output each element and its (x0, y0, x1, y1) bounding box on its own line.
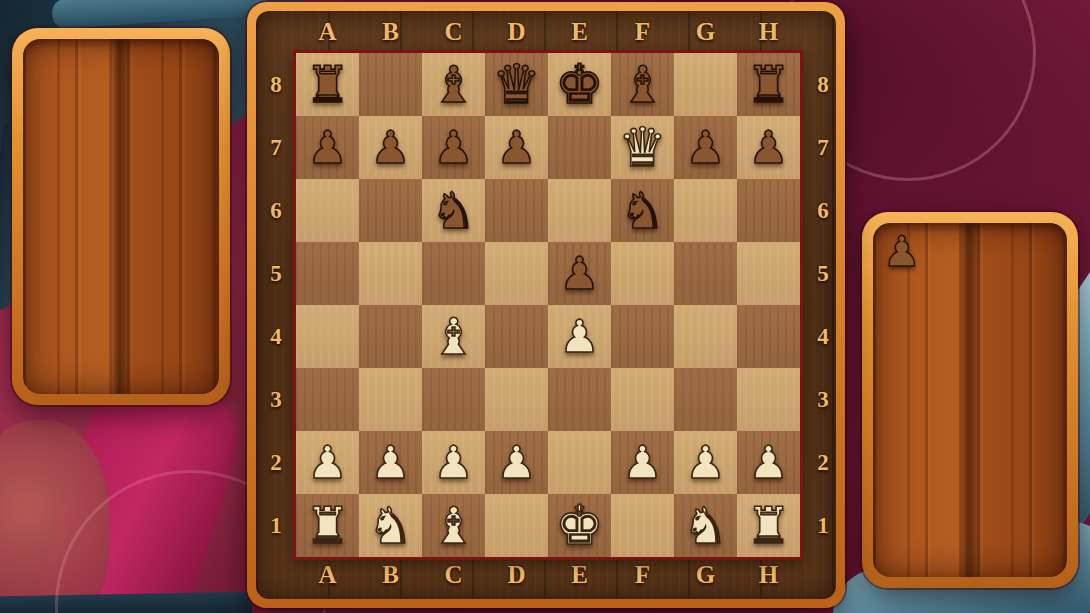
square-c2[interactable]: ♟ (422, 431, 485, 494)
square-b4[interactable] (359, 305, 422, 368)
piece-bP-c7[interactable]: ♟ (433, 125, 473, 170)
piece-wP-f2[interactable]: ♟ (622, 440, 662, 485)
captured-tray-right-wood: ♟ (873, 223, 1067, 577)
square-a1[interactable]: ♜ (296, 494, 359, 557)
square-e7[interactable] (548, 116, 611, 179)
square-b2[interactable]: ♟ (359, 431, 422, 494)
piece-bN-c6[interactable]: ♞ (431, 186, 476, 236)
square-c3[interactable] (422, 368, 485, 431)
square-a7[interactable]: ♟ (296, 116, 359, 179)
square-e6[interactable] (548, 179, 611, 242)
square-b1[interactable]: ♞ (359, 494, 422, 557)
square-h4[interactable] (737, 305, 800, 368)
square-h8[interactable]: ♜ (737, 53, 800, 116)
piece-bP-b7[interactable]: ♟ (370, 125, 410, 170)
piece-wP-b2[interactable]: ♟ (370, 440, 410, 485)
piece-bP-g7[interactable]: ♟ (685, 125, 725, 170)
square-g5[interactable] (674, 242, 737, 305)
square-b3[interactable] (359, 368, 422, 431)
square-a5[interactable] (296, 242, 359, 305)
square-b7[interactable]: ♟ (359, 116, 422, 179)
piece-wP-h2[interactable]: ♟ (748, 440, 788, 485)
piece-wP-c2[interactable]: ♟ (433, 440, 473, 485)
piece-wP-g2[interactable]: ♟ (685, 440, 725, 485)
piece-bK-e8[interactable]: ♚ (555, 58, 603, 112)
captured-piece-bP: ♟ (883, 231, 921, 273)
piece-bN-f6[interactable]: ♞ (620, 186, 665, 236)
square-d8[interactable]: ♛ (485, 53, 548, 116)
piece-bQ-d8[interactable]: ♛ (492, 58, 540, 112)
square-a6[interactable] (296, 179, 359, 242)
square-f8[interactable]: ♝ (611, 53, 674, 116)
square-d6[interactable] (485, 179, 548, 242)
square-f1[interactable] (611, 494, 674, 557)
square-d2[interactable]: ♟ (485, 431, 548, 494)
piece-bP-h7[interactable]: ♟ (748, 125, 788, 170)
square-c6[interactable]: ♞ (422, 179, 485, 242)
square-g4[interactable] (674, 305, 737, 368)
piece-wP-a2[interactable]: ♟ (307, 440, 347, 485)
square-e3[interactable] (548, 368, 611, 431)
piece-wN-b1[interactable]: ♞ (368, 501, 413, 551)
captured-row-right: ♟ (883, 231, 921, 273)
square-d1[interactable] (485, 494, 548, 557)
square-c1[interactable]: ♝ (422, 494, 485, 557)
square-c4[interactable]: ♝ (422, 305, 485, 368)
square-d4[interactable] (485, 305, 548, 368)
square-h1[interactable]: ♜ (737, 494, 800, 557)
square-b5[interactable] (359, 242, 422, 305)
square-e4[interactable]: ♟ (548, 305, 611, 368)
square-b8[interactable] (359, 53, 422, 116)
piece-wR-h1[interactable]: ♜ (746, 501, 791, 551)
piece-bR-h8[interactable]: ♜ (746, 60, 791, 110)
square-a8[interactable]: ♜ (296, 53, 359, 116)
square-h3[interactable] (737, 368, 800, 431)
square-h6[interactable] (737, 179, 800, 242)
square-a3[interactable] (296, 368, 359, 431)
piece-wB-c4[interactable]: ♝ (431, 312, 476, 362)
captured-tray-left (12, 28, 230, 405)
square-c8[interactable]: ♝ (422, 53, 485, 116)
square-c5[interactable] (422, 242, 485, 305)
square-e2[interactable] (548, 431, 611, 494)
piece-bB-c8[interactable]: ♝ (431, 60, 476, 110)
square-f5[interactable] (611, 242, 674, 305)
piece-bB-f8[interactable]: ♝ (620, 60, 665, 110)
square-e1[interactable]: ♚ (548, 494, 611, 557)
square-h2[interactable]: ♟ (737, 431, 800, 494)
square-g6[interactable] (674, 179, 737, 242)
chess-board: ♜♝♛♚♝♜♟♟♟♟♛♟♟♞♞♟♝♟♟♟♟♟♟♟♟♜♞♝♚♞♜ (293, 50, 803, 560)
piece-bP-e5[interactable]: ♟ (559, 251, 599, 296)
square-f6[interactable]: ♞ (611, 179, 674, 242)
piece-wN-g1[interactable]: ♞ (683, 501, 728, 551)
square-d5[interactable] (485, 242, 548, 305)
captured-tray-right: ♟ (862, 212, 1078, 588)
square-f2[interactable]: ♟ (611, 431, 674, 494)
square-g7[interactable]: ♟ (674, 116, 737, 179)
square-f7[interactable]: ♛ (611, 116, 674, 179)
piece-bP-d7[interactable]: ♟ (496, 125, 536, 170)
square-g1[interactable]: ♞ (674, 494, 737, 557)
piece-wK-e1[interactable]: ♚ (555, 499, 603, 553)
square-h7[interactable]: ♟ (737, 116, 800, 179)
square-g3[interactable] (674, 368, 737, 431)
game-screen: ♟ ABCDEFGH ABCDEFGH 87654321 87654321 ♜♝… (0, 0, 1090, 613)
square-a2[interactable]: ♟ (296, 431, 359, 494)
square-f4[interactable] (611, 305, 674, 368)
piece-wB-c1[interactable]: ♝ (431, 501, 476, 551)
chess-board-frame: ABCDEFGH ABCDEFGH 87654321 87654321 ♜♝♛♚… (247, 2, 845, 608)
captured-tray-left-wood (23, 39, 219, 394)
square-d3[interactable] (485, 368, 548, 431)
piece-bP-a7[interactable]: ♟ (307, 125, 347, 170)
square-g8[interactable] (674, 53, 737, 116)
square-c7[interactable]: ♟ (422, 116, 485, 179)
piece-wP-e4[interactable]: ♟ (559, 314, 599, 359)
square-d7[interactable]: ♟ (485, 116, 548, 179)
piece-wP-d2[interactable]: ♟ (496, 440, 536, 485)
square-b6[interactable] (359, 179, 422, 242)
piece-wR-a1[interactable]: ♜ (305, 501, 350, 551)
square-e8[interactable]: ♚ (548, 53, 611, 116)
square-f3[interactable] (611, 368, 674, 431)
square-a4[interactable] (296, 305, 359, 368)
square-h5[interactable] (737, 242, 800, 305)
square-e5[interactable]: ♟ (548, 242, 611, 305)
piece-bR-a8[interactable]: ♜ (305, 60, 350, 110)
piece-wQ-f7[interactable]: ♛ (618, 121, 666, 175)
square-g2[interactable]: ♟ (674, 431, 737, 494)
